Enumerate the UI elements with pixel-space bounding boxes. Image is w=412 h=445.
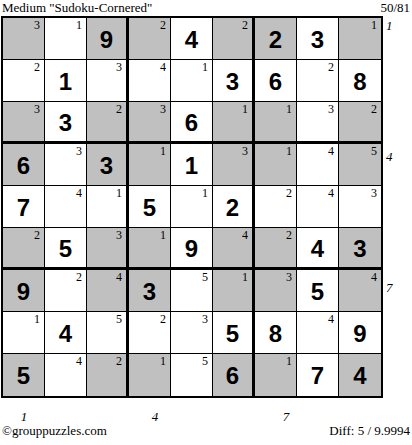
cell-r4c3[interactable]: 3 xyxy=(87,144,129,186)
cell-r2c6[interactable]: 3 xyxy=(213,60,255,102)
corner-mark: 2 xyxy=(286,229,292,241)
cell-r9c7[interactable]: 1 xyxy=(255,354,297,396)
given-digit: 2 xyxy=(226,194,239,220)
given-digit: 6 xyxy=(269,68,282,94)
cell-r9c1[interactable]: 5 xyxy=(3,354,45,396)
corner-mark: 4 xyxy=(76,355,82,367)
corner-mark: 3 xyxy=(34,19,40,31)
header: Medium "Sudoku-Cornered" 50/81 xyxy=(0,0,412,16)
cell-r5c6[interactable]: 2 xyxy=(213,186,255,228)
corner-mark: 5 xyxy=(202,271,208,283)
cell-r7c2[interactable]: 2 xyxy=(45,270,87,312)
row-label-4: 4 xyxy=(386,150,393,163)
given-digit: 3 xyxy=(100,152,113,178)
cell-r5c5[interactable]: 1 xyxy=(171,186,213,228)
corner-mark: 2 xyxy=(160,19,166,31)
corner-mark: 1 xyxy=(286,355,292,367)
cell-r2c8[interactable]: 2 xyxy=(297,60,339,102)
cell-r6c6[interactable]: 4 xyxy=(213,228,255,270)
given-digit: 5 xyxy=(59,235,72,261)
corner-mark: 3 xyxy=(160,103,166,115)
corner-mark: 1 xyxy=(160,229,166,241)
cell-r7c7[interactable]: 3 xyxy=(255,270,297,312)
corner-mark: 2 xyxy=(116,355,122,367)
cell-r1c9[interactable]: 1 xyxy=(339,18,381,60)
cell-r7c6[interactable]: 1 xyxy=(213,270,255,312)
corner-mark: 3 xyxy=(328,103,334,115)
corner-mark: 2 xyxy=(76,271,82,283)
corner-mark: 2 xyxy=(286,187,292,199)
corner-mark: 4 xyxy=(160,61,166,73)
cell-r9c9[interactable]: 4 xyxy=(339,354,381,396)
given-digit: 3 xyxy=(143,278,156,304)
corner-mark: 5 xyxy=(202,355,208,367)
cell-r6c1[interactable]: 2 xyxy=(3,228,45,270)
corner-mark: 4 xyxy=(76,187,82,199)
puzzle-title: Medium "Sudoku-Cornered" xyxy=(2,1,152,15)
corner-mark: 4 xyxy=(116,271,122,283)
cell-r3c8[interactable]: 3 xyxy=(297,102,339,144)
cell-r6c7[interactable]: 2 xyxy=(255,228,297,270)
given-digit: 6 xyxy=(17,152,30,178)
cell-r3c2[interactable]: 3 xyxy=(45,102,87,144)
cell-r2c3[interactable]: 3 xyxy=(87,60,129,102)
cell-r6c5[interactable]: 9 xyxy=(171,228,213,270)
cell-r1c1[interactable]: 3 xyxy=(3,18,45,60)
given-digit: 1 xyxy=(59,68,72,94)
corner-mark: 5 xyxy=(116,313,122,325)
board-area: 3192422312134136283323611326331131457415… xyxy=(0,16,412,410)
corner-mark: 4 xyxy=(328,145,334,157)
cell-r6c8[interactable]: 4 xyxy=(297,228,339,270)
cell-r6c3[interactable]: 3 xyxy=(87,228,129,270)
given-digit: 3 xyxy=(353,235,366,261)
cell-r4c4[interactable]: 1 xyxy=(129,144,171,186)
cell-r4c8[interactable]: 4 xyxy=(297,144,339,186)
cell-r2c1[interactable]: 2 xyxy=(3,60,45,102)
corner-mark: 3 xyxy=(76,145,82,157)
cell-r1c6[interactable]: 2 xyxy=(213,18,255,60)
row-labels: 147 xyxy=(383,16,399,410)
cell-r3c5[interactable]: 6 xyxy=(171,102,213,144)
cell-r2c2[interactable]: 1 xyxy=(45,60,87,102)
cell-r6c9[interactable]: 3 xyxy=(339,228,381,270)
cell-r8c8[interactable]: 4 xyxy=(297,312,339,354)
cell-r5c2[interactable]: 4 xyxy=(45,186,87,228)
given-digit: 5 xyxy=(143,194,156,220)
corner-mark: 4 xyxy=(328,313,334,325)
corner-mark: 1 xyxy=(76,19,82,31)
corner-mark: 2 xyxy=(371,103,377,115)
corner-mark: 2 xyxy=(160,313,166,325)
cell-r8c5[interactable]: 3 xyxy=(171,312,213,354)
cell-r7c8[interactable]: 5 xyxy=(297,270,339,312)
corner-mark: 4 xyxy=(242,229,248,241)
given-digit: 5 xyxy=(226,320,239,346)
given-digit: 3 xyxy=(59,109,72,135)
cell-r7c9[interactable]: 4 xyxy=(339,270,381,312)
cell-r1c8[interactable]: 3 xyxy=(297,18,339,60)
given-digit: 4 xyxy=(311,235,324,261)
corner-mark: 1 xyxy=(116,187,122,199)
cell-r3c1[interactable]: 3 xyxy=(3,102,45,144)
corner-mark: 1 xyxy=(286,145,292,157)
column-labels: 147 xyxy=(1,410,412,423)
cell-r4c5[interactable]: 1 xyxy=(171,144,213,186)
cell-r4c9[interactable]: 5 xyxy=(339,144,381,186)
given-digit: 3 xyxy=(311,26,324,52)
given-digit: 4 xyxy=(185,26,198,52)
cell-r3c4[interactable]: 3 xyxy=(129,102,171,144)
cell-r7c4[interactable]: 3 xyxy=(129,270,171,312)
corner-mark: 2 xyxy=(34,61,40,73)
corner-mark: 3 xyxy=(202,313,208,325)
corner-mark: 3 xyxy=(34,103,40,115)
given-digit: 2 xyxy=(269,26,282,52)
corner-mark: 3 xyxy=(242,145,248,157)
given-digit: 7 xyxy=(17,194,30,220)
given-digit: 5 xyxy=(17,362,30,388)
corner-mark: 3 xyxy=(116,61,122,73)
cell-r3c3[interactable]: 2 xyxy=(87,102,129,144)
cell-r5c7[interactable]: 2 xyxy=(255,186,297,228)
col-label-7: 7 xyxy=(283,410,290,423)
cell-r4c6[interactable]: 3 xyxy=(213,144,255,186)
cell-r3c7[interactable]: 1 xyxy=(255,102,297,144)
given-digit: 8 xyxy=(353,68,366,94)
corner-mark: 1 xyxy=(160,145,166,157)
given-digit: 9 xyxy=(100,26,113,52)
cell-r2c9[interactable]: 8 xyxy=(339,60,381,102)
row-label-1: 1 xyxy=(386,19,393,32)
cell-r1c7[interactable]: 2 xyxy=(255,18,297,60)
cell-r5c8[interactable]: 4 xyxy=(297,186,339,228)
col-label-4: 4 xyxy=(152,410,159,423)
corner-mark: 1 xyxy=(242,103,248,115)
corner-mark: 1 xyxy=(286,103,292,115)
cell-r9c2[interactable]: 4 xyxy=(45,354,87,396)
cell-r9c5[interactable]: 5 xyxy=(171,354,213,396)
cell-r8c6[interactable]: 5 xyxy=(213,312,255,354)
cell-r9c3[interactable]: 2 xyxy=(87,354,129,396)
cell-r4c7[interactable]: 1 xyxy=(255,144,297,186)
given-digit: 9 xyxy=(353,320,366,346)
col-label-1: 1 xyxy=(21,410,28,423)
cell-r9c4[interactable]: 1 xyxy=(129,354,171,396)
cell-r8c9[interactable]: 9 xyxy=(339,312,381,354)
given-digit: 8 xyxy=(269,320,282,346)
corner-mark: 3 xyxy=(286,271,292,283)
copyright-text: ©grouppuzzles.com xyxy=(2,423,107,438)
corner-mark: 4 xyxy=(371,271,377,283)
cell-r9c8[interactable]: 7 xyxy=(297,354,339,396)
corner-mark: 1 xyxy=(160,355,166,367)
given-digit: 6 xyxy=(185,109,198,135)
corner-mark: 1 xyxy=(202,187,208,199)
given-digit: 9 xyxy=(185,235,198,261)
cell-r5c3[interactable]: 1 xyxy=(87,186,129,228)
cell-r5c4[interactable]: 5 xyxy=(129,186,171,228)
cell-r7c1[interactable]: 9 xyxy=(3,270,45,312)
corner-mark: 1 xyxy=(34,313,40,325)
corner-mark: 5 xyxy=(371,145,377,157)
cell-r2c4[interactable]: 4 xyxy=(129,60,171,102)
cell-r2c7[interactable]: 6 xyxy=(255,60,297,102)
given-digit: 4 xyxy=(59,320,72,346)
cell-r4c2[interactable]: 3 xyxy=(45,144,87,186)
corner-mark: 2 xyxy=(116,103,122,115)
given-digit: 4 xyxy=(353,362,366,388)
cell-r5c9[interactable]: 3 xyxy=(339,186,381,228)
cell-r8c4[interactable]: 2 xyxy=(129,312,171,354)
row-label-7: 7 xyxy=(386,281,393,294)
given-digit: 6 xyxy=(226,362,239,388)
corner-mark: 1 xyxy=(202,61,208,73)
given-digit: 5 xyxy=(311,278,324,304)
cell-r3c6[interactable]: 1 xyxy=(213,102,255,144)
cell-r7c3[interactable]: 4 xyxy=(87,270,129,312)
cell-r8c7[interactable]: 8 xyxy=(255,312,297,354)
corner-mark: 3 xyxy=(116,229,122,241)
cell-counter: 50/81 xyxy=(380,1,410,15)
cell-r6c4[interactable]: 1 xyxy=(129,228,171,270)
cell-r6c2[interactable]: 5 xyxy=(45,228,87,270)
given-digit: 9 xyxy=(17,278,30,304)
cell-r5c1[interactable]: 7 xyxy=(3,186,45,228)
corner-mark: 2 xyxy=(328,61,334,73)
cell-r3c9[interactable]: 2 xyxy=(339,102,381,144)
grid-wrap: 3192422312134136283323611326331131457415… xyxy=(1,16,383,398)
given-digit: 1 xyxy=(185,152,198,178)
corner-mark: 4 xyxy=(328,187,334,199)
sudoku-grid: 3192422312134136283323611326331131457415… xyxy=(1,16,383,398)
cell-r8c3[interactable]: 5 xyxy=(87,312,129,354)
corner-mark: 1 xyxy=(242,271,248,283)
cell-r9c6[interactable]: 6 xyxy=(213,354,255,396)
given-digit: 3 xyxy=(226,68,239,94)
corner-mark: 2 xyxy=(242,19,248,31)
corner-mark: 1 xyxy=(371,19,377,31)
cell-r2c5[interactable]: 1 xyxy=(171,60,213,102)
cell-r7c5[interactable]: 5 xyxy=(171,270,213,312)
cell-r1c3[interactable]: 9 xyxy=(87,18,129,60)
difficulty-text: Diff: 5 / 9.9994 xyxy=(329,423,410,438)
corner-mark: 2 xyxy=(34,229,40,241)
given-digit: 7 xyxy=(311,362,324,388)
cell-r1c5[interactable]: 4 xyxy=(171,18,213,60)
footer: ©grouppuzzles.com Diff: 5 / 9.9994 xyxy=(0,423,412,438)
cell-r1c4[interactable]: 2 xyxy=(129,18,171,60)
cell-r8c1[interactable]: 1 xyxy=(3,312,45,354)
cell-r8c2[interactable]: 4 xyxy=(45,312,87,354)
cell-r1c2[interactable]: 1 xyxy=(45,18,87,60)
cell-r4c1[interactable]: 6 xyxy=(3,144,45,186)
corner-mark: 3 xyxy=(371,187,377,199)
